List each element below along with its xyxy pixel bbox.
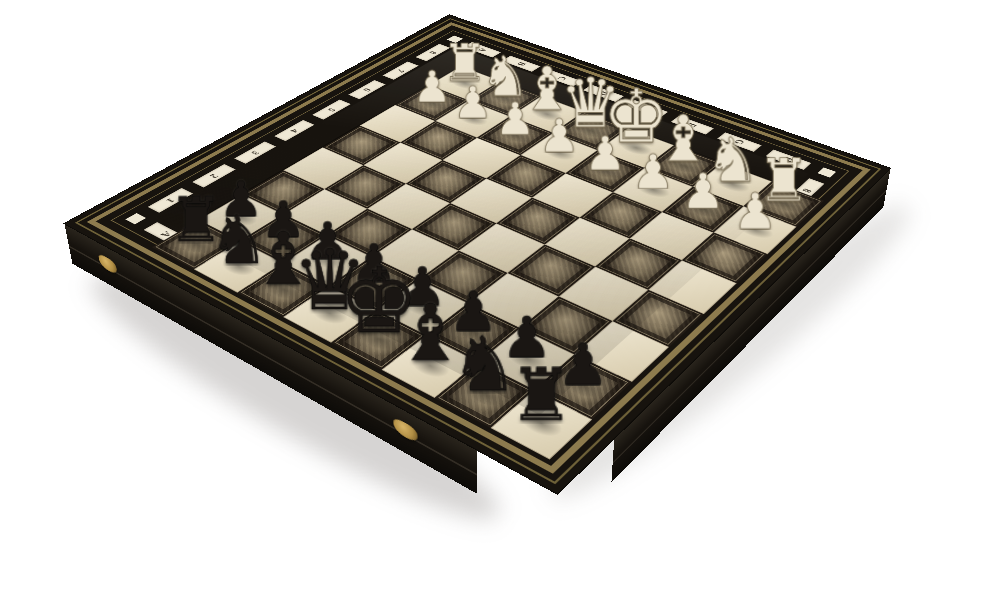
piece-glyph: ♟ <box>584 132 626 175</box>
scene: ABCDEFGH ABCDEFGH 87654321 87654321 ♜♞♝♛… <box>0 0 1000 597</box>
chess-board: ABCDEFGH ABCDEFGH 87654321 87654321 ♜♞♝♛… <box>64 15 890 494</box>
piece-glyph: ♟ <box>681 168 725 213</box>
piece-glyph: ♟ <box>632 150 675 194</box>
piece-glyph: ♟ <box>453 82 492 122</box>
board-top-face: ABCDEFGH ABCDEFGH 87654321 87654321 ♜♞♝♛… <box>64 15 890 494</box>
piece-glyph: ♟ <box>733 188 778 234</box>
piece-glyph: ♜ <box>509 362 574 429</box>
product-photo-stage: ABCDEFGH ABCDEFGH 87654321 87654321 ♜♞♝♛… <box>0 0 1000 597</box>
brass-clasp <box>98 253 118 276</box>
brass-clasp <box>393 417 418 445</box>
square-a6[interactable] <box>360 105 435 143</box>
piece-glyph: ♟ <box>539 114 580 156</box>
piece-glyph: ♟ <box>413 67 452 107</box>
piece-glyph: ♟ <box>495 98 535 139</box>
